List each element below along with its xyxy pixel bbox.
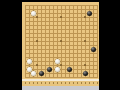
white-stone-J3 [55, 67, 60, 72]
grid-line-vertical [81, 5, 82, 78]
coordinate-tick [69, 82, 70, 84]
letterbox-right [99, 0, 120, 90]
coordinate-tick [37, 82, 38, 84]
white-stone-C2 [31, 71, 36, 76]
coordinate-tick [45, 82, 46, 84]
coordinate-tick [89, 82, 90, 84]
black-stone-G3 [47, 67, 52, 72]
white-stone-C17 [31, 11, 36, 16]
coordinate-tick [61, 82, 62, 84]
grid-line-horizontal [25, 45, 98, 46]
grid-line-horizontal [25, 49, 98, 50]
grid-line-vertical [77, 5, 78, 78]
coordinate-tick [57, 82, 58, 84]
coordinate-tick [33, 82, 34, 84]
coordinate-tick [97, 82, 98, 84]
screenshot-root [0, 0, 120, 90]
grid-line-vertical [65, 5, 66, 78]
coordinate-tick [93, 82, 94, 84]
grid-line-horizontal [25, 53, 98, 54]
hoshi-point [60, 40, 62, 42]
grid-line-vertical [93, 5, 94, 78]
coordinate-tick [41, 82, 42, 84]
grid-line-vertical [97, 5, 98, 78]
hoshi-point [84, 64, 86, 66]
coordinate-tick [49, 82, 50, 84]
hoshi-point [84, 16, 86, 18]
status-bar [22, 86, 99, 90]
white-stone-J5 [55, 59, 60, 64]
black-stone-M3 [67, 67, 72, 72]
coordinate-tick [29, 82, 30, 84]
grid-line-horizontal [25, 69, 98, 70]
coordinate-tick [25, 82, 26, 84]
hoshi-point [84, 40, 86, 42]
hoshi-point [36, 40, 38, 42]
black-stone-Q2 [83, 71, 88, 76]
grid-line-horizontal [25, 57, 98, 58]
coordinate-tick [65, 82, 66, 84]
letterbox-left [0, 0, 22, 90]
black-stone-R17 [87, 11, 92, 16]
hoshi-point [60, 64, 62, 66]
hoshi-point [60, 16, 62, 18]
coordinate-tick [81, 82, 82, 84]
coordinate-tick [77, 82, 78, 84]
coordinate-tick [73, 82, 74, 84]
black-stone-S8 [91, 47, 96, 52]
grid-line-horizontal [25, 77, 98, 78]
coordinate-tick [53, 82, 54, 84]
coordinate-tick [85, 82, 86, 84]
go-app-window [22, 2, 99, 90]
grid-line-vertical [73, 5, 74, 78]
black-stone-E2 [39, 71, 44, 76]
go-board[interactable] [22, 2, 99, 79]
grid-line-horizontal [25, 61, 98, 62]
hoshi-point [36, 16, 38, 18]
hoshi-point [36, 64, 38, 66]
white-stone-B5 [27, 59, 32, 64]
